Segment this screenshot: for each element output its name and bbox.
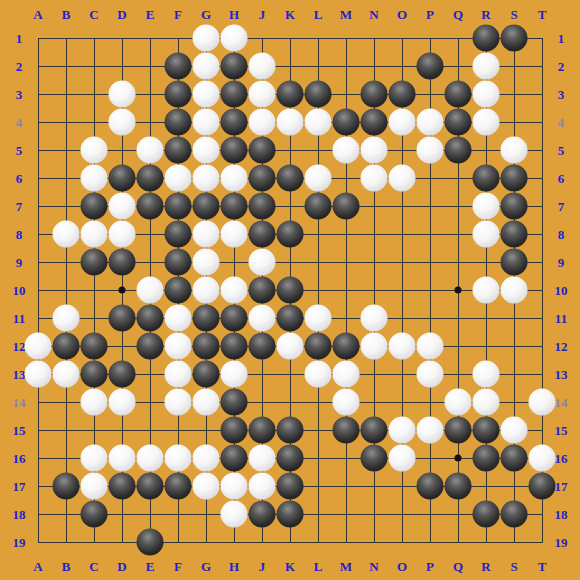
black-stone	[305, 333, 332, 360]
black-stone	[277, 221, 304, 248]
white-stone	[193, 445, 220, 472]
black-stone	[361, 81, 388, 108]
white-stone	[193, 389, 220, 416]
white-stone	[221, 25, 248, 52]
white-stone	[501, 417, 528, 444]
white-stone	[193, 53, 220, 80]
col-label-bottom: S	[510, 560, 517, 573]
black-stone	[389, 81, 416, 108]
white-stone	[137, 277, 164, 304]
white-stone	[417, 137, 444, 164]
row-label-left: 5	[16, 144, 23, 157]
col-label-top: C	[89, 8, 98, 21]
black-stone	[165, 249, 192, 276]
col-label-top: S	[510, 8, 517, 21]
black-stone	[53, 473, 80, 500]
white-stone	[109, 81, 136, 108]
white-stone	[109, 389, 136, 416]
star-point	[455, 287, 462, 294]
row-label-left: 8	[16, 228, 23, 241]
go-board[interactable]: AABBCCDDEEFFGGHHJJKKLLMMNNOOPPQQRRSSTT11…	[0, 0, 580, 580]
white-stone	[137, 445, 164, 472]
row-label-right: 8	[558, 228, 565, 241]
col-label-top: O	[397, 8, 407, 21]
black-stone	[221, 417, 248, 444]
row-label-right: 18	[555, 508, 568, 521]
black-stone	[53, 333, 80, 360]
white-stone	[473, 193, 500, 220]
black-stone	[165, 473, 192, 500]
white-stone	[25, 361, 52, 388]
white-stone	[221, 501, 248, 528]
black-stone	[137, 305, 164, 332]
black-stone	[109, 473, 136, 500]
white-stone	[249, 445, 276, 472]
white-stone	[333, 361, 360, 388]
white-stone	[165, 361, 192, 388]
black-stone	[277, 81, 304, 108]
black-stone	[501, 501, 528, 528]
black-stone	[501, 221, 528, 248]
white-stone	[193, 473, 220, 500]
row-label-right: 6	[558, 172, 565, 185]
col-label-bottom: L	[314, 560, 323, 573]
black-stone	[445, 137, 472, 164]
black-stone	[81, 361, 108, 388]
black-stone	[333, 109, 360, 136]
col-label-bottom: T	[538, 560, 547, 573]
black-stone	[165, 53, 192, 80]
row-label-left: 19	[13, 536, 26, 549]
col-label-bottom: A	[33, 560, 42, 573]
black-stone	[165, 109, 192, 136]
col-label-bottom: K	[285, 560, 295, 573]
black-stone	[81, 333, 108, 360]
row-label-right: 13	[555, 368, 568, 381]
black-stone	[277, 473, 304, 500]
black-stone	[277, 277, 304, 304]
white-stone	[529, 445, 556, 472]
black-stone	[473, 501, 500, 528]
black-stone	[249, 501, 276, 528]
white-stone	[53, 221, 80, 248]
black-stone	[221, 389, 248, 416]
white-stone	[445, 389, 472, 416]
white-stone	[25, 333, 52, 360]
white-stone	[221, 473, 248, 500]
black-stone	[501, 249, 528, 276]
col-label-top: N	[369, 8, 378, 21]
white-stone	[221, 277, 248, 304]
black-stone	[249, 333, 276, 360]
white-stone	[53, 361, 80, 388]
white-stone	[193, 221, 220, 248]
black-stone	[165, 137, 192, 164]
col-label-bottom: M	[340, 560, 352, 573]
white-stone	[249, 53, 276, 80]
col-label-top: H	[229, 8, 239, 21]
col-label-top: K	[285, 8, 295, 21]
black-stone	[305, 193, 332, 220]
black-stone	[165, 277, 192, 304]
black-stone	[333, 333, 360, 360]
row-label-right: 15	[555, 424, 568, 437]
white-stone	[389, 165, 416, 192]
black-stone	[501, 193, 528, 220]
row-label-right: 16	[555, 452, 568, 465]
black-stone	[109, 361, 136, 388]
white-stone	[81, 473, 108, 500]
black-stone	[109, 305, 136, 332]
white-stone	[193, 81, 220, 108]
white-stone	[305, 361, 332, 388]
col-label-top: F	[174, 8, 182, 21]
white-stone	[417, 333, 444, 360]
white-stone	[249, 109, 276, 136]
white-stone	[81, 445, 108, 472]
black-stone	[277, 417, 304, 444]
black-stone	[193, 305, 220, 332]
row-label-left: 3	[16, 88, 23, 101]
black-stone	[277, 305, 304, 332]
black-stone	[249, 277, 276, 304]
black-stone	[277, 501, 304, 528]
black-stone	[249, 137, 276, 164]
col-label-top: R	[481, 8, 490, 21]
white-stone	[389, 445, 416, 472]
white-stone	[473, 277, 500, 304]
white-stone	[473, 109, 500, 136]
col-label-top: B	[62, 8, 71, 21]
white-stone	[249, 305, 276, 332]
black-stone	[81, 249, 108, 276]
col-label-bottom: Q	[453, 560, 463, 573]
black-stone	[305, 81, 332, 108]
black-stone	[417, 473, 444, 500]
black-stone	[277, 445, 304, 472]
white-stone	[109, 193, 136, 220]
white-stone	[501, 137, 528, 164]
black-stone	[473, 417, 500, 444]
black-stone	[445, 81, 472, 108]
row-label-right: 7	[558, 200, 565, 213]
white-stone	[193, 277, 220, 304]
col-label-bottom: P	[426, 560, 434, 573]
white-stone	[109, 109, 136, 136]
star-point	[455, 455, 462, 462]
black-stone	[361, 109, 388, 136]
black-stone	[501, 445, 528, 472]
col-label-bottom: H	[229, 560, 239, 573]
black-stone	[81, 501, 108, 528]
black-stone	[473, 445, 500, 472]
black-stone	[221, 53, 248, 80]
black-stone	[473, 165, 500, 192]
black-stone	[249, 417, 276, 444]
white-stone	[389, 333, 416, 360]
black-stone	[165, 221, 192, 248]
white-stone	[249, 81, 276, 108]
black-stone	[221, 333, 248, 360]
black-stone	[221, 193, 248, 220]
col-label-bottom: D	[117, 560, 126, 573]
black-stone	[417, 53, 444, 80]
row-label-left: 18	[13, 508, 26, 521]
white-stone	[417, 361, 444, 388]
black-stone	[221, 137, 248, 164]
row-label-left: 7	[16, 200, 23, 213]
black-stone	[249, 165, 276, 192]
col-label-bottom: G	[201, 560, 211, 573]
white-stone	[305, 109, 332, 136]
row-label-right: 11	[555, 312, 567, 325]
black-stone	[221, 445, 248, 472]
black-stone	[249, 221, 276, 248]
black-stone	[277, 165, 304, 192]
row-label-left: 2	[16, 60, 23, 73]
white-stone	[333, 137, 360, 164]
col-label-bottom: O	[397, 560, 407, 573]
row-label-left: 14	[13, 396, 26, 409]
col-label-bottom: B	[62, 560, 71, 573]
black-stone	[137, 529, 164, 556]
grid-line	[38, 542, 543, 543]
col-label-top: A	[33, 8, 42, 21]
col-label-top: T	[538, 8, 547, 21]
col-label-bottom: C	[89, 560, 98, 573]
black-stone	[333, 417, 360, 444]
black-stone	[445, 473, 472, 500]
white-stone	[305, 305, 332, 332]
col-label-top: E	[146, 8, 155, 21]
black-stone	[221, 81, 248, 108]
col-label-bottom: N	[369, 560, 378, 573]
white-stone	[81, 165, 108, 192]
white-stone	[221, 165, 248, 192]
white-stone	[277, 109, 304, 136]
row-label-left: 4	[16, 116, 23, 129]
black-stone	[109, 249, 136, 276]
row-label-right: 17	[555, 480, 568, 493]
black-stone	[137, 193, 164, 220]
white-stone	[109, 445, 136, 472]
white-stone	[389, 417, 416, 444]
white-stone	[473, 81, 500, 108]
white-stone	[109, 221, 136, 248]
row-label-right: 3	[558, 88, 565, 101]
white-stone	[249, 473, 276, 500]
row-label-right: 5	[558, 144, 565, 157]
white-stone	[473, 361, 500, 388]
white-stone	[165, 165, 192, 192]
row-label-left: 15	[13, 424, 26, 437]
row-label-right: 12	[555, 340, 568, 353]
black-stone	[193, 333, 220, 360]
white-stone	[361, 333, 388, 360]
black-stone	[137, 165, 164, 192]
col-label-bottom: R	[481, 560, 490, 573]
white-stone	[193, 165, 220, 192]
col-label-top: Q	[453, 8, 463, 21]
black-stone	[193, 193, 220, 220]
white-stone	[221, 221, 248, 248]
white-stone	[193, 249, 220, 276]
col-label-top: M	[340, 8, 352, 21]
col-label-bottom: E	[146, 560, 155, 573]
white-stone	[193, 25, 220, 52]
white-stone	[389, 109, 416, 136]
row-label-left: 9	[16, 256, 23, 269]
row-label-right: 10	[555, 284, 568, 297]
row-label-right: 4	[558, 116, 565, 129]
star-point	[119, 287, 126, 294]
row-label-left: 6	[16, 172, 23, 185]
black-stone	[529, 473, 556, 500]
black-stone	[501, 25, 528, 52]
black-stone	[165, 81, 192, 108]
white-stone	[193, 137, 220, 164]
white-stone	[165, 333, 192, 360]
white-stone	[473, 221, 500, 248]
white-stone	[221, 361, 248, 388]
white-stone	[165, 445, 192, 472]
black-stone	[81, 193, 108, 220]
white-stone	[361, 137, 388, 164]
black-stone	[137, 333, 164, 360]
white-stone	[333, 389, 360, 416]
row-label-left: 16	[13, 452, 26, 465]
black-stone	[165, 193, 192, 220]
black-stone	[361, 417, 388, 444]
white-stone	[81, 221, 108, 248]
black-stone	[193, 361, 220, 388]
white-stone	[277, 333, 304, 360]
row-label-right: 9	[558, 256, 565, 269]
black-stone	[109, 165, 136, 192]
col-label-bottom: F	[174, 560, 182, 573]
black-stone	[333, 193, 360, 220]
row-label-right: 14	[555, 396, 568, 409]
row-label-right: 1	[558, 32, 565, 45]
white-stone	[473, 389, 500, 416]
white-stone	[417, 417, 444, 444]
white-stone	[193, 109, 220, 136]
row-label-left: 10	[13, 284, 26, 297]
white-stone	[361, 165, 388, 192]
black-stone	[221, 305, 248, 332]
black-stone	[473, 25, 500, 52]
col-label-top: L	[314, 8, 323, 21]
col-label-top: P	[426, 8, 434, 21]
white-stone	[165, 305, 192, 332]
black-stone	[445, 417, 472, 444]
white-stone	[473, 53, 500, 80]
row-label-right: 19	[555, 536, 568, 549]
row-label-left: 17	[13, 480, 26, 493]
row-label-right: 2	[558, 60, 565, 73]
black-stone	[221, 109, 248, 136]
col-label-top: J	[259, 8, 266, 21]
white-stone	[305, 165, 332, 192]
white-stone	[529, 389, 556, 416]
white-stone	[81, 137, 108, 164]
col-label-top: D	[117, 8, 126, 21]
white-stone	[501, 277, 528, 304]
col-label-top: G	[201, 8, 211, 21]
white-stone	[417, 109, 444, 136]
black-stone	[137, 473, 164, 500]
white-stone	[361, 305, 388, 332]
black-stone	[445, 109, 472, 136]
white-stone	[81, 389, 108, 416]
white-stone	[53, 305, 80, 332]
white-stone	[137, 137, 164, 164]
white-stone	[165, 389, 192, 416]
row-label-left: 11	[13, 312, 25, 325]
black-stone	[361, 445, 388, 472]
row-label-left: 1	[16, 32, 23, 45]
col-label-bottom: J	[259, 560, 266, 573]
white-stone	[249, 249, 276, 276]
black-stone	[249, 193, 276, 220]
black-stone	[501, 165, 528, 192]
